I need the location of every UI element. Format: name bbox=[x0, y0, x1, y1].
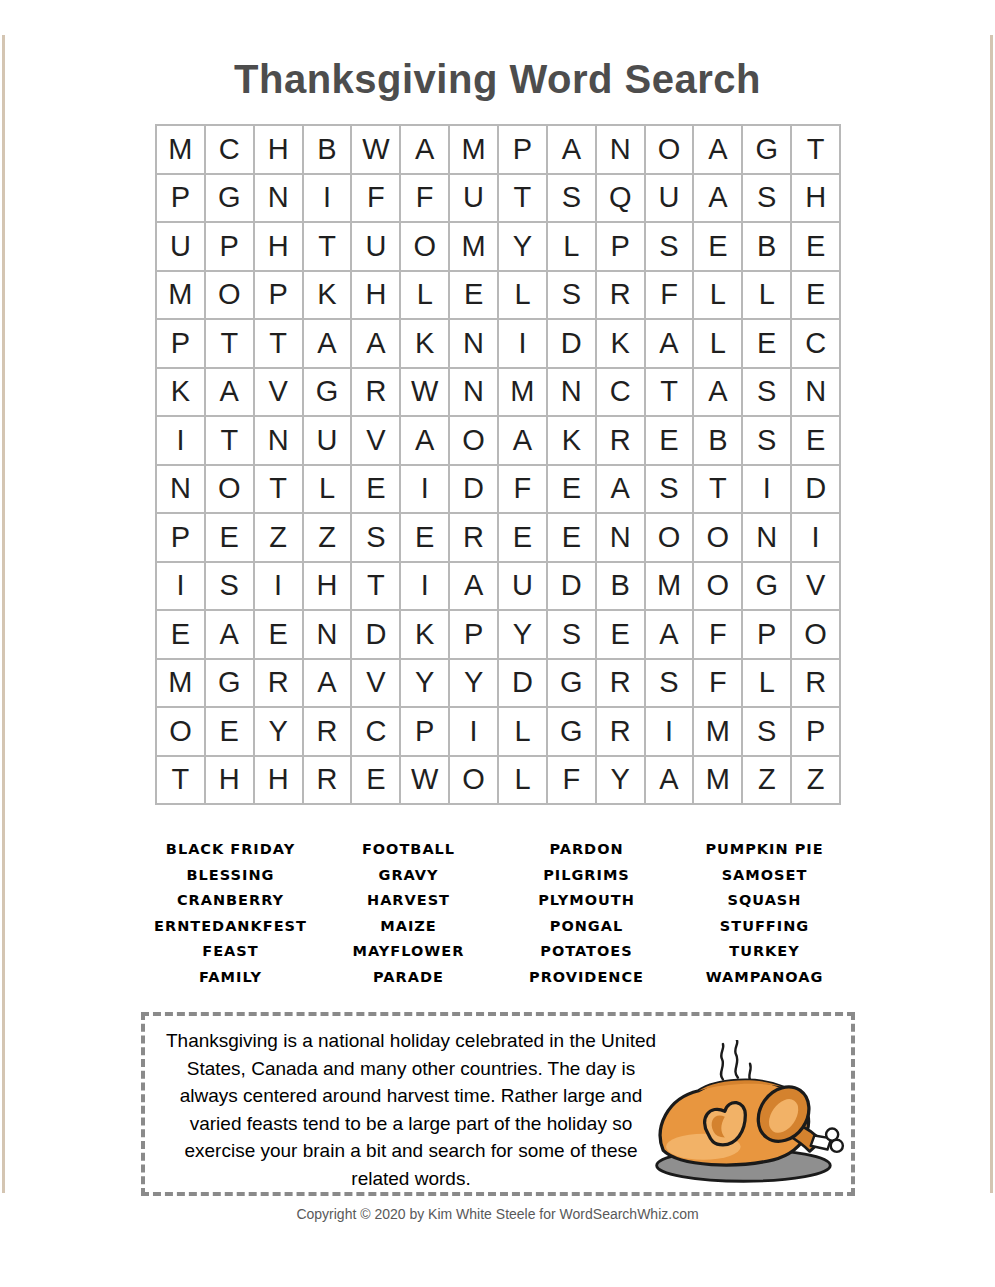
grid-cell-r13-c10[interactable]: R bbox=[597, 708, 644, 755]
grid-cell-r8-c10[interactable]: A bbox=[597, 466, 644, 513]
grid-cell-r5-c10[interactable]: K bbox=[597, 320, 644, 367]
grid-cell-r14-c4[interactable]: R bbox=[304, 757, 351, 804]
grid-cell-r3-c13[interactable]: B bbox=[743, 223, 790, 270]
grid-cell-r4-c6[interactable]: L bbox=[401, 272, 448, 319]
grid-cell-r14-c13[interactable]: Z bbox=[743, 757, 790, 804]
word-item: FOOTBALL bbox=[320, 837, 498, 863]
grid-cell-r11-c14[interactable]: O bbox=[792, 611, 839, 658]
grid-cell-r8-c13[interactable]: I bbox=[743, 466, 790, 513]
word-item: FEAST bbox=[142, 939, 320, 965]
grid-cell-r11-c11[interactable]: A bbox=[646, 611, 693, 658]
grid-cell-r9-c7[interactable]: R bbox=[450, 514, 497, 561]
grid-cell-r13-c14[interactable]: P bbox=[792, 708, 839, 755]
grid-cell-r9-c3[interactable]: Z bbox=[255, 514, 302, 561]
grid-cell-r9-c14[interactable]: I bbox=[792, 514, 839, 561]
grid-cell-r1-c14[interactable]: T bbox=[792, 126, 839, 173]
word-item: ERNTEDANKFEST bbox=[142, 914, 320, 940]
grid-cell-r2-c10[interactable]: Q bbox=[597, 175, 644, 222]
grid-cell-r9-c12[interactable]: O bbox=[694, 514, 741, 561]
grid-cell-r11-c3[interactable]: E bbox=[255, 611, 302, 658]
grid-cell-r10-c5[interactable]: T bbox=[352, 563, 399, 610]
word-item: FAMILY bbox=[142, 965, 320, 991]
word-item: GRAVY bbox=[320, 863, 498, 889]
grid-cell-r13-c5[interactable]: C bbox=[352, 708, 399, 755]
grid-cell-r10-c11[interactable]: M bbox=[646, 563, 693, 610]
grid-cell-r10-c4[interactable]: H bbox=[304, 563, 351, 610]
grid-cell-r5-c3[interactable]: T bbox=[255, 320, 302, 367]
grid-cell-r1-c7[interactable]: M bbox=[450, 126, 497, 173]
grid-cell-r4-c5[interactable]: H bbox=[352, 272, 399, 319]
word-item: CRANBERRY bbox=[142, 888, 320, 914]
grid-cell-r1-c10[interactable]: N bbox=[597, 126, 644, 173]
grid-cell-r8-c9[interactable]: E bbox=[548, 466, 595, 513]
grid-cell-r9-c10[interactable]: N bbox=[597, 514, 644, 561]
grid-cell-r2-c5[interactable]: F bbox=[352, 175, 399, 222]
grid-cell-r1-c4[interactable]: B bbox=[304, 126, 351, 173]
grid-cell-r3-c4[interactable]: T bbox=[304, 223, 351, 270]
grid-cell-r5-c8[interactable]: I bbox=[499, 320, 546, 367]
word-item: PARADE bbox=[320, 965, 498, 991]
grid-cell-r7-c12[interactable]: B bbox=[694, 417, 741, 464]
grid-cell-r11-c2[interactable]: A bbox=[206, 611, 253, 658]
grid-cell-r10-c13[interactable]: G bbox=[743, 563, 790, 610]
grid-cell-r2-c9[interactable]: S bbox=[548, 175, 595, 222]
grid-cell-r7-c10[interactable]: R bbox=[597, 417, 644, 464]
word-item: PILGRIMS bbox=[498, 863, 676, 889]
grid-cell-r13-c8[interactable]: L bbox=[499, 708, 546, 755]
grid-cell-r12-c7[interactable]: Y bbox=[450, 660, 497, 707]
grid-cell-r10-c2[interactable]: S bbox=[206, 563, 253, 610]
grid-cell-r7-c4[interactable]: U bbox=[304, 417, 351, 464]
turkey-bone bbox=[811, 1129, 843, 1152]
word-item: HARVEST bbox=[320, 888, 498, 914]
grid-cell-r8-c4[interactable]: L bbox=[304, 466, 351, 513]
grid-cell-r2-c12[interactable]: A bbox=[694, 175, 741, 222]
grid-cell-r8-c8[interactable]: F bbox=[499, 466, 546, 513]
grid-cell-r3-c3[interactable]: H bbox=[255, 223, 302, 270]
grid-cell-r9-c5[interactable]: S bbox=[352, 514, 399, 561]
word-item: BLESSING bbox=[142, 863, 320, 889]
word-list-column-4: PUMPKIN PIESAMOSETSQUASHSTUFFINGTURKEYWA… bbox=[676, 837, 854, 991]
grid-cell-r14-c14[interactable]: Z bbox=[792, 757, 839, 804]
steam-icon bbox=[721, 1040, 751, 1081]
grid-cell-r1-c6[interactable]: A bbox=[401, 126, 448, 173]
grid-cell-r4-c8[interactable]: L bbox=[499, 272, 546, 319]
word-item: STUFFING bbox=[676, 914, 854, 940]
grid-cell-r3-c14[interactable]: E bbox=[792, 223, 839, 270]
grid-cell-r4-c1[interactable]: M bbox=[157, 272, 204, 319]
grid-cell-r7-c3[interactable]: N bbox=[255, 417, 302, 464]
grid-cell-r12-c6[interactable]: Y bbox=[401, 660, 448, 707]
grid-cell-r10-c8[interactable]: U bbox=[499, 563, 546, 610]
grid-cell-r2-c14[interactable]: H bbox=[792, 175, 839, 222]
grid-cell-r14-c3[interactable]: H bbox=[255, 757, 302, 804]
grid-cell-r3-c8[interactable]: Y bbox=[499, 223, 546, 270]
word-item: MAIZE bbox=[320, 914, 498, 940]
word-list-column-3: PARDONPILGRIMSPLYMOUTHPONGALPOTATOESPROV… bbox=[498, 837, 676, 991]
grid-cell-r12-c4[interactable]: A bbox=[304, 660, 351, 707]
grid-cell-r1-c12[interactable]: A bbox=[694, 126, 741, 173]
grid-cell-r5-c4[interactable]: A bbox=[304, 320, 351, 367]
grid-cell-r6-c10[interactable]: C bbox=[597, 369, 644, 416]
grid-cell-r9-c11[interactable]: O bbox=[646, 514, 693, 561]
grid-cell-r9-c8[interactable]: E bbox=[499, 514, 546, 561]
grid-cell-r2-c3[interactable]: N bbox=[255, 175, 302, 222]
grid-cell-r6-c3[interactable]: V bbox=[255, 369, 302, 416]
word-search-grid: MCHBWAMPANOAGTPGNIFFUTSQUASHUPHTUOMYLPSE… bbox=[155, 124, 841, 805]
word-list: BLACK FRIDAYBLESSINGCRANBERRYERNTEDANKFE… bbox=[0, 837, 995, 991]
grid-cell-r10-c6[interactable]: I bbox=[401, 563, 448, 610]
grid-cell-r5-c5[interactable]: A bbox=[352, 320, 399, 367]
grid-cell-r12-c10[interactable]: R bbox=[597, 660, 644, 707]
grid-cell-r6-c13[interactable]: S bbox=[743, 369, 790, 416]
grid-cell-r11-c7[interactable]: P bbox=[450, 611, 497, 658]
word-item: WAMPANOAG bbox=[676, 965, 854, 991]
grid-cell-r14-c12[interactable]: M bbox=[694, 757, 741, 804]
grid-cell-r5-c11[interactable]: A bbox=[646, 320, 693, 367]
grid-cell-r12-c14[interactable]: R bbox=[792, 660, 839, 707]
page-title: Thanksgiving Word Search bbox=[0, 57, 995, 102]
grid-cell-r11-c4[interactable]: N bbox=[304, 611, 351, 658]
grid-cell-r4-c9[interactable]: S bbox=[548, 272, 595, 319]
grid-cell-r11-c9[interactable]: S bbox=[548, 611, 595, 658]
grid-cell-r3-c7[interactable]: M bbox=[450, 223, 497, 270]
grid-cell-r8-c12[interactable]: T bbox=[694, 466, 741, 513]
grid-cell-r4-c4[interactable]: K bbox=[304, 272, 351, 319]
grid-cell-r14-c5[interactable]: E bbox=[352, 757, 399, 804]
grid-cell-r11-c10[interactable]: E bbox=[597, 611, 644, 658]
grid-cell-r5-c7[interactable]: N bbox=[450, 320, 497, 367]
grid-cell-r7-c9[interactable]: K bbox=[548, 417, 595, 464]
grid-cell-r1-c9[interactable]: A bbox=[548, 126, 595, 173]
word-item: TURKEY bbox=[676, 939, 854, 965]
grid-cell-r11-c5[interactable]: D bbox=[352, 611, 399, 658]
word-item: POTATOES bbox=[498, 939, 676, 965]
grid-cell-r2-c11[interactable]: U bbox=[646, 175, 693, 222]
grid-cell-r6-c4[interactable]: G bbox=[304, 369, 351, 416]
grid-cell-r5-c2[interactable]: T bbox=[206, 320, 253, 367]
grid-cell-r4-c3[interactable]: P bbox=[255, 272, 302, 319]
grid-cell-r13-c12[interactable]: M bbox=[694, 708, 741, 755]
grid-cell-r6-c1[interactable]: K bbox=[157, 369, 204, 416]
grid-cell-r13-c9[interactable]: G bbox=[548, 708, 595, 755]
grid-cell-r3-c12[interactable]: E bbox=[694, 223, 741, 270]
word-item: SAMOSET bbox=[676, 863, 854, 889]
grid-cell-r13-c1[interactable]: O bbox=[157, 708, 204, 755]
grid-cell-r9-c2[interactable]: E bbox=[206, 514, 253, 561]
grid-cell-r6-c6[interactable]: W bbox=[401, 369, 448, 416]
grid-cell-r7-c11[interactable]: E bbox=[646, 417, 693, 464]
grid-cell-r1-c8[interactable]: P bbox=[499, 126, 546, 173]
grid-cell-r3-c10[interactable]: P bbox=[597, 223, 644, 270]
grid-cell-r6-c7[interactable]: N bbox=[450, 369, 497, 416]
grid-cell-r13-c13[interactable]: S bbox=[743, 708, 790, 755]
grid-cell-r7-c8[interactable]: A bbox=[499, 417, 546, 464]
grid-cell-r4-c11[interactable]: F bbox=[646, 272, 693, 319]
grid-cell-r14-c11[interactable]: A bbox=[646, 757, 693, 804]
turkey-illustration bbox=[652, 1040, 848, 1190]
grid-cell-r10-c7[interactable]: A bbox=[450, 563, 497, 610]
grid-cell-r7-c7[interactable]: O bbox=[450, 417, 497, 464]
grid-cell-r2-c1[interactable]: P bbox=[157, 175, 204, 222]
grid-cell-r5-c12[interactable]: L bbox=[694, 320, 741, 367]
grid-cell-r2-c8[interactable]: T bbox=[499, 175, 546, 222]
page-edge-line-right bbox=[990, 35, 993, 1193]
info-box: Thanksgiving is a national holiday celeb… bbox=[141, 1012, 855, 1196]
grid-cell-r8-c6[interactable]: I bbox=[401, 466, 448, 513]
grid-cell-r9-c13[interactable]: N bbox=[743, 514, 790, 561]
grid-cell-r5-c9[interactable]: D bbox=[548, 320, 595, 367]
grid-cell-r1-c3[interactable]: H bbox=[255, 126, 302, 173]
grid-cell-r12-c8[interactable]: D bbox=[499, 660, 546, 707]
grid-cell-r11-c8[interactable]: Y bbox=[499, 611, 546, 658]
grid-cell-r14-c8[interactable]: L bbox=[499, 757, 546, 804]
grid-cell-r5-c14[interactable]: C bbox=[792, 320, 839, 367]
grid-cell-r4-c10[interactable]: R bbox=[597, 272, 644, 319]
grid-cell-r12-c3[interactable]: R bbox=[255, 660, 302, 707]
grid-cell-r2-c4[interactable]: I bbox=[304, 175, 351, 222]
grid-cell-r7-c6[interactable]: A bbox=[401, 417, 448, 464]
grid-cell-r3-c2[interactable]: P bbox=[206, 223, 253, 270]
grid-cell-r2-c6[interactable]: F bbox=[401, 175, 448, 222]
grid-cell-r8-c11[interactable]: S bbox=[646, 466, 693, 513]
word-item: PUMPKIN PIE bbox=[676, 837, 854, 863]
grid-cell-r10-c1[interactable]: I bbox=[157, 563, 204, 610]
grid-cell-r6-c8[interactable]: M bbox=[499, 369, 546, 416]
grid-cell-r4-c7[interactable]: E bbox=[450, 272, 497, 319]
grid-cell-r3-c6[interactable]: O bbox=[401, 223, 448, 270]
grid-cell-r6-c5[interactable]: R bbox=[352, 369, 399, 416]
word-list-column-1: BLACK FRIDAYBLESSINGCRANBERRYERNTEDANKFE… bbox=[142, 837, 320, 991]
grid-cell-r14-c6[interactable]: W bbox=[401, 757, 448, 804]
grid-cell-r12-c1[interactable]: M bbox=[157, 660, 204, 707]
grid-cell-r14-c1[interactable]: T bbox=[157, 757, 204, 804]
grid-cell-r1-c11[interactable]: O bbox=[646, 126, 693, 173]
grid-cell-r14-c7[interactable]: O bbox=[450, 757, 497, 804]
grid-cell-r13-c4[interactable]: R bbox=[304, 708, 351, 755]
grid-cell-r9-c1[interactable]: P bbox=[157, 514, 204, 561]
grid-cell-r11-c1[interactable]: E bbox=[157, 611, 204, 658]
grid-cell-r14-c9[interactable]: F bbox=[548, 757, 595, 804]
word-list-column-2: FOOTBALLGRAVYHARVESTMAIZEMAYFLOWERPARADE bbox=[320, 837, 498, 991]
grid-cell-r13-c7[interactable]: I bbox=[450, 708, 497, 755]
grid-cell-r12-c2[interactable]: G bbox=[206, 660, 253, 707]
grid-cell-r10-c9[interactable]: D bbox=[548, 563, 595, 610]
grid-cell-r1-c13[interactable]: G bbox=[743, 126, 790, 173]
grid-cell-r8-c1[interactable]: N bbox=[157, 466, 204, 513]
grid-cell-r1-c1[interactable]: M bbox=[157, 126, 204, 173]
grid-cell-r8-c14[interactable]: D bbox=[792, 466, 839, 513]
grid-cell-r2-c13[interactable]: S bbox=[743, 175, 790, 222]
grid-cell-r6-c14[interactable]: N bbox=[792, 369, 839, 416]
grid-cell-r12-c5[interactable]: V bbox=[352, 660, 399, 707]
info-text: Thanksgiving is a national holiday celeb… bbox=[157, 1027, 665, 1192]
grid-cell-r10-c10[interactable]: B bbox=[597, 563, 644, 610]
word-item: BLACK FRIDAY bbox=[142, 837, 320, 863]
grid-cell-r5-c6[interactable]: K bbox=[401, 320, 448, 367]
word-item: SQUASH bbox=[676, 888, 854, 914]
grid-cell-r13-c11[interactable]: I bbox=[646, 708, 693, 755]
grid-cell-r4-c12[interactable]: L bbox=[694, 272, 741, 319]
word-item: PONGAL bbox=[498, 914, 676, 940]
word-item: PROVIDENCE bbox=[498, 965, 676, 991]
grid-cell-r4-c2[interactable]: O bbox=[206, 272, 253, 319]
grid-cell-r7-c1[interactable]: I bbox=[157, 417, 204, 464]
grid-cell-r8-c3[interactable]: T bbox=[255, 466, 302, 513]
grid-cell-r9-c9[interactable]: E bbox=[548, 514, 595, 561]
grid-cell-r11-c13[interactable]: P bbox=[743, 611, 790, 658]
grid-cell-r7-c14[interactable]: E bbox=[792, 417, 839, 464]
grid-cell-r5-c13[interactable]: E bbox=[743, 320, 790, 367]
grid-cell-r14-c2[interactable]: H bbox=[206, 757, 253, 804]
grid-cell-r11-c12[interactable]: F bbox=[694, 611, 741, 658]
grid-cell-r7-c13[interactable]: S bbox=[743, 417, 790, 464]
grid-cell-r8-c2[interactable]: O bbox=[206, 466, 253, 513]
grid-cell-r5-c1[interactable]: P bbox=[157, 320, 204, 367]
grid-cell-r1-c5[interactable]: W bbox=[352, 126, 399, 173]
word-item: PARDON bbox=[498, 837, 676, 863]
copyright-text: Copyright © 2020 by Kim White Steele for… bbox=[0, 1206, 995, 1222]
grid-cell-r8-c7[interactable]: D bbox=[450, 466, 497, 513]
grid-cell-r13-c2[interactable]: E bbox=[206, 708, 253, 755]
grid-cell-r2-c7[interactable]: U bbox=[450, 175, 497, 222]
grid-cell-r4-c14[interactable]: E bbox=[792, 272, 839, 319]
grid-cell-r2-c2[interactable]: G bbox=[206, 175, 253, 222]
grid-cell-r12-c11[interactable]: S bbox=[646, 660, 693, 707]
grid-cell-r8-c5[interactable]: E bbox=[352, 466, 399, 513]
grid-cell-r3-c9[interactable]: L bbox=[548, 223, 595, 270]
grid-cell-r12-c12[interactable]: F bbox=[694, 660, 741, 707]
grid-cell-r10-c3[interactable]: I bbox=[255, 563, 302, 610]
grid-cell-r10-c12[interactable]: O bbox=[694, 563, 741, 610]
grid-cell-r9-c6[interactable]: E bbox=[401, 514, 448, 561]
grid-cell-r12-c9[interactable]: G bbox=[548, 660, 595, 707]
grid-cell-r4-c13[interactable]: L bbox=[743, 272, 790, 319]
grid-cell-r3-c5[interactable]: U bbox=[352, 223, 399, 270]
grid-cell-r10-c14[interactable]: V bbox=[792, 563, 839, 610]
grid-cell-r7-c2[interactable]: T bbox=[206, 417, 253, 464]
grid-cell-r3-c1[interactable]: U bbox=[157, 223, 204, 270]
grid-cell-r6-c11[interactable]: T bbox=[646, 369, 693, 416]
grid-cell-r6-c9[interactable]: N bbox=[548, 369, 595, 416]
grid-cell-r1-c2[interactable]: C bbox=[206, 126, 253, 173]
word-item: PLYMOUTH bbox=[498, 888, 676, 914]
grid-cell-r13-c6[interactable]: P bbox=[401, 708, 448, 755]
grid-cell-r6-c2[interactable]: A bbox=[206, 369, 253, 416]
page-edge-line-left bbox=[2, 35, 5, 1193]
grid-cell-r12-c13[interactable]: L bbox=[743, 660, 790, 707]
grid-cell-r11-c6[interactable]: K bbox=[401, 611, 448, 658]
grid-cell-r9-c4[interactable]: Z bbox=[304, 514, 351, 561]
grid-cell-r13-c3[interactable]: Y bbox=[255, 708, 302, 755]
grid-cell-r7-c5[interactable]: V bbox=[352, 417, 399, 464]
word-item: MAYFLOWER bbox=[320, 939, 498, 965]
grid-cell-r3-c11[interactable]: S bbox=[646, 223, 693, 270]
grid-cell-r14-c10[interactable]: Y bbox=[597, 757, 644, 804]
grid-cell-r6-c12[interactable]: A bbox=[694, 369, 741, 416]
